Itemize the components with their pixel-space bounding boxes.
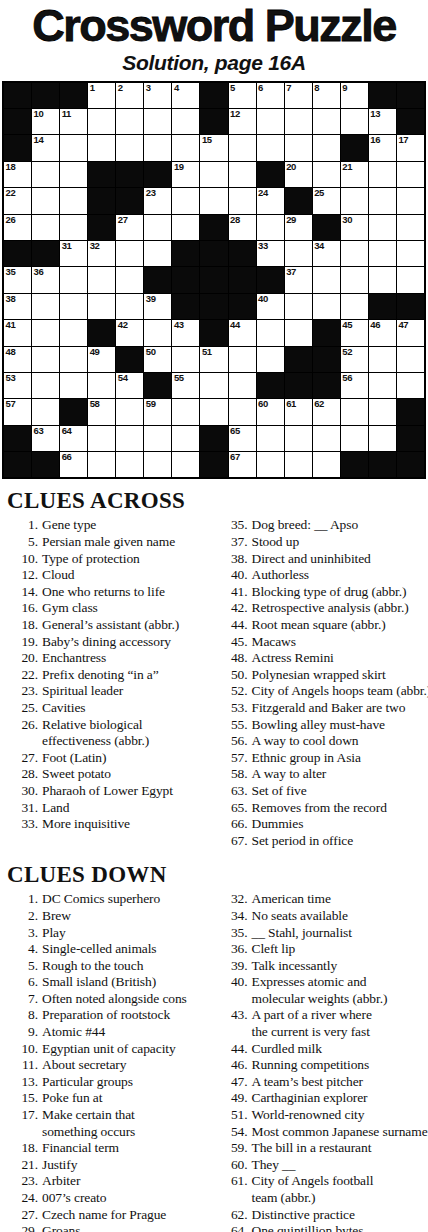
- cell-r6c5[interactable]: 27: [116, 215, 143, 240]
- cell-r14c6[interactable]: [144, 426, 171, 451]
- cell-number: 36: [34, 267, 44, 278]
- cell-r12c14[interactable]: [369, 373, 396, 398]
- cell-r13c9[interactable]: [229, 399, 256, 424]
- cell-r5c3[interactable]: [60, 188, 87, 213]
- cell-r3c2[interactable]: 14: [32, 135, 59, 160]
- cell-number: 50: [146, 347, 156, 358]
- cell-r8c5[interactable]: [116, 267, 143, 292]
- clue-item: 12.Cloud: [11, 567, 219, 584]
- cell-r15c7[interactable]: [172, 452, 199, 477]
- black-cell: [4, 83, 31, 108]
- cell-r12c2[interactable]: [32, 373, 59, 398]
- clue-number: 3.: [11, 925, 42, 942]
- cell-r3c11[interactable]: [285, 135, 312, 160]
- clue-number: 61.: [221, 1173, 252, 1206]
- cell-r3c9[interactable]: [229, 135, 256, 160]
- cell-r15c12[interactable]: [313, 452, 340, 477]
- black-cell: [229, 267, 256, 292]
- clue-text: Spiritual leader: [42, 683, 123, 700]
- cell-number: 58: [90, 399, 100, 410]
- cell-r3c12[interactable]: [313, 135, 340, 160]
- clue-text: Most common Japanese surname: [252, 1124, 428, 1141]
- cell-r11c10[interactable]: [257, 347, 284, 372]
- cell-r3c4[interactable]: [88, 135, 115, 160]
- cell-r15c3[interactable]: 66: [60, 452, 87, 477]
- cell-r1c6[interactable]: 3: [144, 83, 171, 108]
- cell-r10c7[interactable]: 43: [172, 320, 199, 345]
- clue-number: 49.: [221, 1090, 252, 1107]
- cell-r4c11[interactable]: 20: [285, 162, 312, 187]
- clue-item: 63.Set of five: [221, 783, 428, 800]
- cell-r10c11[interactable]: [285, 320, 312, 345]
- clue-item: 54.Most common Japanese surname: [221, 1124, 428, 1141]
- clue-item: 66.Dummies: [221, 816, 428, 833]
- cell-r4c15[interactable]: [397, 162, 424, 187]
- cell-r14c14[interactable]: [369, 426, 396, 451]
- cell-r4c1[interactable]: 18: [4, 162, 31, 187]
- cell-r11c2[interactable]: [32, 347, 59, 372]
- cell-r3c7[interactable]: [172, 135, 199, 160]
- cell-r1c12[interactable]: 8: [313, 83, 340, 108]
- cell-number: 40: [258, 294, 268, 305]
- cell-r9c6[interactable]: 39: [144, 294, 171, 319]
- clue-text: Sweet potato: [42, 766, 111, 783]
- clue-item: 43.A part of a river wherethe current is…: [221, 1007, 428, 1040]
- cell-r11c4[interactable]: 49: [88, 347, 115, 372]
- cell-r13c14[interactable]: [369, 399, 396, 424]
- cell-r14c7[interactable]: [172, 426, 199, 451]
- cell-r8c4[interactable]: [88, 267, 115, 292]
- cell-r2c7[interactable]: [172, 109, 199, 134]
- cell-r9c13[interactable]: [341, 294, 368, 319]
- cell-r2c4[interactable]: [88, 109, 115, 134]
- cell-r3c6[interactable]: [144, 135, 171, 160]
- cell-r13c11[interactable]: 61: [285, 399, 312, 424]
- cell-r8c11[interactable]: 37: [285, 267, 312, 292]
- clue-text: Bowling alley must-have: [252, 717, 385, 734]
- cell-r14c9[interactable]: 65: [229, 426, 256, 451]
- cell-r15c4[interactable]: [88, 452, 115, 477]
- cell-r8c15[interactable]: [397, 267, 424, 292]
- cell-r8c14[interactable]: [369, 267, 396, 292]
- black-cell: [313, 373, 340, 398]
- clue-text: Curdled milk: [252, 1041, 322, 1058]
- cell-r6c15[interactable]: [397, 215, 424, 240]
- cell-r11c7[interactable]: [172, 347, 199, 372]
- cell-number: 54: [118, 373, 128, 384]
- clue-number: 11.: [11, 1057, 42, 1074]
- black-cell: [341, 452, 368, 477]
- clue-number: 55.: [221, 717, 252, 734]
- cell-r4c13[interactable]: 21: [341, 162, 368, 187]
- clue-text: No seats available: [252, 908, 348, 925]
- cell-r14c2[interactable]: 63: [32, 426, 59, 451]
- clue-number: 26.: [11, 717, 42, 750]
- cell-r5c12[interactable]: 25: [313, 188, 340, 213]
- cell-r5c6[interactable]: 23: [144, 188, 171, 213]
- across-column-2: 35.Dog breed: __ Apso37.Stood up38.Direc…: [219, 517, 428, 849]
- cell-r9c2[interactable]: [32, 294, 59, 319]
- cell-r10c13[interactable]: 45: [341, 320, 368, 345]
- clue-item: 41.Blocking type of drug (abbr.): [221, 584, 428, 601]
- cell-r8c13[interactable]: [341, 267, 368, 292]
- cell-r6c10[interactable]: [257, 215, 284, 240]
- clue-item: 19.Baby’s dining accessory: [11, 634, 219, 651]
- cell-r5c9[interactable]: [229, 188, 256, 213]
- cell-r7c13[interactable]: [341, 241, 368, 266]
- cell-r13c6[interactable]: 59: [144, 399, 171, 424]
- clue-text: Egyptian unit of capacity: [42, 1041, 176, 1058]
- cell-r1c9[interactable]: 5: [229, 83, 256, 108]
- clue-item: 13.Particular groups: [11, 1074, 219, 1091]
- clue-item: 51.World-renowned city: [221, 1107, 428, 1124]
- cell-r14c4[interactable]: [88, 426, 115, 451]
- cell-r2c11[interactable]: [285, 109, 312, 134]
- clue-item: 3.Play: [11, 925, 219, 942]
- black-cell: [32, 83, 59, 108]
- clue-text: Type of protection: [42, 551, 140, 568]
- cell-r10c3[interactable]: [60, 320, 87, 345]
- cell-r14c5[interactable]: [116, 426, 143, 451]
- cell-r6c1[interactable]: 26: [4, 215, 31, 240]
- clue-number: 8.: [11, 1007, 42, 1024]
- clue-number: 1.: [11, 517, 42, 534]
- cell-r3c8[interactable]: 15: [200, 135, 227, 160]
- cell-r12c5[interactable]: 54: [116, 373, 143, 398]
- black-cell: [172, 241, 199, 266]
- black-cell: [200, 426, 227, 451]
- cell-r2c3[interactable]: 11: [60, 109, 87, 134]
- cell-r10c14[interactable]: 46: [369, 320, 396, 345]
- cell-number: 42: [118, 320, 128, 331]
- cell-r15c10[interactable]: [257, 452, 284, 477]
- black-cell: [60, 399, 87, 424]
- clue-number: 10.: [11, 1041, 42, 1058]
- cell-r13c1[interactable]: 57: [4, 399, 31, 424]
- cell-r13c10[interactable]: 60: [257, 399, 284, 424]
- cell-r5c15[interactable]: [397, 188, 424, 213]
- cell-number: 44: [230, 320, 240, 331]
- cell-r12c3[interactable]: [60, 373, 87, 398]
- cell-r12c9[interactable]: [229, 373, 256, 398]
- clue-text: Expresses atomic andmolecular weights (a…: [252, 974, 388, 1007]
- cell-r5c8[interactable]: [200, 188, 227, 213]
- cell-r10c15[interactable]: 47: [397, 320, 424, 345]
- cell-r5c14[interactable]: [369, 188, 396, 213]
- cell-r13c4[interactable]: 58: [88, 399, 115, 424]
- cell-r1c5[interactable]: 2: [116, 83, 143, 108]
- cell-r5c10[interactable]: 24: [257, 188, 284, 213]
- cell-r10c10[interactable]: [257, 320, 284, 345]
- cell-r7c3[interactable]: 31: [60, 241, 87, 266]
- clue-item: 33.More inquisitive: [11, 816, 219, 833]
- clue-number: 25.: [11, 700, 42, 717]
- cell-r8c12[interactable]: [313, 267, 340, 292]
- clue-text: Persian male given name: [42, 534, 175, 551]
- cell-r10c9[interactable]: 44: [229, 320, 256, 345]
- clue-number: 23.: [11, 683, 42, 700]
- cell-r9c11[interactable]: [285, 294, 312, 319]
- clue-item: 20.Enchantress: [11, 650, 219, 667]
- cell-r10c2[interactable]: [32, 320, 59, 345]
- cell-number: 55: [174, 373, 184, 384]
- clue-text: Make certain thatsomething occurs: [42, 1107, 135, 1140]
- cell-r14c11[interactable]: [285, 426, 312, 451]
- cell-r2c2[interactable]: 10: [32, 109, 59, 134]
- cell-r5c7[interactable]: [172, 188, 199, 213]
- cell-r2c13[interactable]: [341, 109, 368, 134]
- cell-r7c11[interactable]: [285, 241, 312, 266]
- clue-item: 32.American time: [221, 891, 428, 908]
- cell-number: 47: [398, 320, 408, 331]
- cell-r7c6[interactable]: [144, 241, 171, 266]
- cell-r6c14[interactable]: [369, 215, 396, 240]
- cell-r6c13[interactable]: 30: [341, 215, 368, 240]
- clue-item: 30.Pharaoh of Lower Egypt: [11, 783, 219, 800]
- cell-number: 39: [146, 294, 156, 305]
- cell-r2c9[interactable]: 12: [229, 109, 256, 134]
- clue-item: 39.Talk incessantly: [221, 958, 428, 975]
- cell-r2c12[interactable]: [313, 109, 340, 134]
- cell-r9c5[interactable]: [116, 294, 143, 319]
- clue-text: Cloud: [42, 567, 75, 584]
- cell-r7c15[interactable]: [397, 241, 424, 266]
- cell-r9c12[interactable]: [313, 294, 340, 319]
- cell-r3c5[interactable]: [116, 135, 143, 160]
- cell-r12c8[interactable]: [200, 373, 227, 398]
- cell-r7c10[interactable]: 33: [257, 241, 284, 266]
- clue-item: 11.About secretary: [11, 1057, 219, 1074]
- cell-r13c2[interactable]: [32, 399, 59, 424]
- clue-text: Dummies: [252, 816, 304, 833]
- cell-r1c10[interactable]: 6: [257, 83, 284, 108]
- cell-r11c6[interactable]: 50: [144, 347, 171, 372]
- cell-r12c13[interactable]: 56: [341, 373, 368, 398]
- cell-r15c9[interactable]: 67: [229, 452, 256, 477]
- cell-r2c10[interactable]: [257, 109, 284, 134]
- cell-r11c13[interactable]: 52: [341, 347, 368, 372]
- clue-item: 46.Running competitions: [221, 1057, 428, 1074]
- clue-number: 32.: [221, 891, 252, 908]
- cell-r6c2[interactable]: [32, 215, 59, 240]
- clue-item: 47.A team’s best pitcher: [221, 1074, 428, 1091]
- cell-r11c9[interactable]: [229, 347, 256, 372]
- crossword-page: { "game": "crossword", "title": "Crosswo…: [0, 0, 428, 1232]
- clue-item: 1.Gene type: [11, 517, 219, 534]
- clue-item: 60.They __: [221, 1157, 428, 1174]
- clue-number: 18.: [11, 1140, 42, 1157]
- clue-text: Blocking type of drug (abbr.): [252, 584, 407, 601]
- clue-item: 34.No seats available: [221, 908, 428, 925]
- cell-r7c4[interactable]: 32: [88, 241, 115, 266]
- cell-number: 12: [230, 109, 240, 120]
- black-cell: [144, 373, 171, 398]
- cell-r15c11[interactable]: [285, 452, 312, 477]
- clue-text: Dog breed: __ Apso: [252, 517, 359, 534]
- cell-r1c7[interactable]: 4: [172, 83, 199, 108]
- cell-r5c1[interactable]: 22: [4, 188, 31, 213]
- cell-r3c14[interactable]: 16: [369, 135, 396, 160]
- cell-r11c15[interactable]: [397, 347, 424, 372]
- black-cell: [144, 267, 171, 292]
- cell-number: 31: [62, 241, 72, 252]
- clue-item: 5.Persian male given name: [11, 534, 219, 551]
- cell-r8c3[interactable]: [60, 267, 87, 292]
- cell-r10c1[interactable]: 41: [4, 320, 31, 345]
- black-cell: [88, 162, 115, 187]
- cell-r2c5[interactable]: [116, 109, 143, 134]
- clue-number: 33.: [11, 816, 42, 833]
- cell-r7c5[interactable]: [116, 241, 143, 266]
- black-cell: [229, 294, 256, 319]
- cell-number: 19: [174, 162, 184, 173]
- cell-r13c5[interactable]: [116, 399, 143, 424]
- clue-item: 10.Type of protection: [11, 551, 219, 568]
- clue-text: Set period in office: [252, 833, 354, 850]
- cell-r4c2[interactable]: [32, 162, 59, 187]
- cell-r4c14[interactable]: [369, 162, 396, 187]
- cell-number: 11: [62, 109, 71, 120]
- clue-number: 39.: [221, 958, 252, 975]
- clue-number: 57.: [221, 750, 252, 767]
- cell-r7c14[interactable]: [369, 241, 396, 266]
- cell-r14c12[interactable]: [313, 426, 340, 451]
- clue-item: 9.Atomic #44: [11, 1024, 219, 1041]
- cell-r11c8[interactable]: 51: [200, 347, 227, 372]
- clue-text: Brew: [42, 908, 71, 925]
- cell-r2c6[interactable]: [144, 109, 171, 134]
- clue-text: A part of a river wherethe current is ve…: [252, 1007, 372, 1040]
- cell-number: 24: [258, 188, 268, 199]
- cell-number: 66: [62, 452, 72, 463]
- cell-r1c13[interactable]: 9: [341, 83, 368, 108]
- cell-r5c13[interactable]: [341, 188, 368, 213]
- cell-r4c3[interactable]: [60, 162, 87, 187]
- cell-r10c5[interactable]: 42: [116, 320, 143, 345]
- clue-item: 21.Justify: [11, 1157, 219, 1174]
- clue-text: The bill in a restaurant: [252, 1140, 372, 1157]
- cell-r1c11[interactable]: 7: [285, 83, 312, 108]
- cell-r13c8[interactable]: [200, 399, 227, 424]
- cell-r6c11[interactable]: 29: [285, 215, 312, 240]
- clue-item: 23.Spiritual leader: [11, 683, 219, 700]
- cell-r8c2[interactable]: 36: [32, 267, 59, 292]
- cell-r4c12[interactable]: [313, 162, 340, 187]
- cell-r4c7[interactable]: 19: [172, 162, 199, 187]
- clue-number: 5.: [11, 958, 42, 975]
- cell-r9c3[interactable]: [60, 294, 87, 319]
- clue-item: 24.007’s creato: [11, 1190, 219, 1207]
- cell-r14c3[interactable]: 64: [60, 426, 87, 451]
- page-title: Crossword Puzzle: [0, 2, 428, 51]
- cell-r4c9[interactable]: [229, 162, 256, 187]
- cell-r12c15[interactable]: [397, 373, 424, 398]
- cell-r14c13[interactable]: [341, 426, 368, 451]
- cell-r1c4[interactable]: 1: [88, 83, 115, 108]
- clue-number: 38.: [221, 551, 252, 568]
- cell-r11c14[interactable]: [369, 347, 396, 372]
- cell-r5c2[interactable]: [32, 188, 59, 213]
- clue-item: 29.Groans: [11, 1223, 219, 1232]
- cell-r12c1[interactable]: 53: [4, 373, 31, 398]
- clue-item: 5.Rough to the touch: [11, 958, 219, 975]
- clue-number: 2.: [11, 908, 42, 925]
- clue-number: 5.: [11, 534, 42, 551]
- cell-r9c4[interactable]: [88, 294, 115, 319]
- cell-r6c3[interactable]: [60, 215, 87, 240]
- cell-r15c5[interactable]: [116, 452, 143, 477]
- cell-number: 21: [342, 162, 352, 173]
- clue-item: 56.A way to cool down: [221, 733, 428, 750]
- cell-r13c13[interactable]: [341, 399, 368, 424]
- clue-text: Distinctive practice: [252, 1207, 355, 1224]
- clue-item: 14.One who returns to life: [11, 584, 219, 601]
- clue-text: Atomic #44: [42, 1024, 105, 1041]
- cell-r13c12[interactable]: 62: [313, 399, 340, 424]
- cell-r12c4[interactable]: [88, 373, 115, 398]
- cell-r3c10[interactable]: [257, 135, 284, 160]
- cell-r6c9[interactable]: 28: [229, 215, 256, 240]
- cell-r9c10[interactable]: 40: [257, 294, 284, 319]
- cell-r14c10[interactable]: [257, 426, 284, 451]
- clue-text: Particular groups: [42, 1074, 133, 1091]
- clue-item: 35.__ Stahl, journalist: [221, 925, 428, 942]
- clue-text: Gym class: [42, 600, 98, 617]
- cell-r12c7[interactable]: 55: [172, 373, 199, 398]
- clue-item: 58.A way to alter: [221, 766, 428, 783]
- cell-r6c7[interactable]: [172, 215, 199, 240]
- cell-r3c3[interactable]: [60, 135, 87, 160]
- cell-r13c7[interactable]: [172, 399, 199, 424]
- clue-number: 23.: [11, 1173, 42, 1190]
- cell-r10c6[interactable]: [144, 320, 171, 345]
- cell-r6c6[interactable]: [144, 215, 171, 240]
- cell-r9c1[interactable]: 38: [4, 294, 31, 319]
- clue-item: 48.Actress Remini: [221, 650, 428, 667]
- crossword-grid[interactable]: 1234567891011121314151617181920212223242…: [2, 81, 426, 480]
- black-cell: [341, 135, 368, 160]
- clue-text: __ Stahl, journalist: [252, 925, 352, 942]
- black-cell: [397, 83, 424, 108]
- cell-number: 22: [6, 188, 16, 199]
- clue-number: 48.: [221, 650, 252, 667]
- cell-r2c14[interactable]: 13: [369, 109, 396, 134]
- clue-number: 40.: [221, 974, 252, 1007]
- clue-text: Justify: [42, 1157, 77, 1174]
- cell-r4c8[interactable]: [200, 162, 227, 187]
- clue-item: 59.The bill in a restaurant: [221, 1140, 428, 1157]
- cell-r11c3[interactable]: [60, 347, 87, 372]
- clue-item: 65.Removes from the record: [221, 800, 428, 817]
- cell-r7c12[interactable]: 34: [313, 241, 340, 266]
- cell-r8c1[interactable]: 35: [4, 267, 31, 292]
- cell-number: 7: [286, 83, 291, 94]
- cell-number: 35: [6, 267, 16, 278]
- cell-r11c1[interactable]: 48: [4, 347, 31, 372]
- clue-item: 18.Financial term: [11, 1140, 219, 1157]
- clue-number: 12.: [11, 567, 42, 584]
- cell-number: 2: [118, 83, 123, 94]
- clue-number: 31.: [11, 800, 42, 817]
- black-cell: [4, 135, 31, 160]
- cell-number: 4: [174, 83, 179, 94]
- cell-number: 64: [62, 426, 72, 437]
- black-cell: [397, 426, 424, 451]
- black-cell: [116, 188, 143, 213]
- cell-r15c6[interactable]: [144, 452, 171, 477]
- cell-r3c15[interactable]: 17: [397, 135, 424, 160]
- clue-item: 55.Bowling alley must-have: [221, 717, 428, 734]
